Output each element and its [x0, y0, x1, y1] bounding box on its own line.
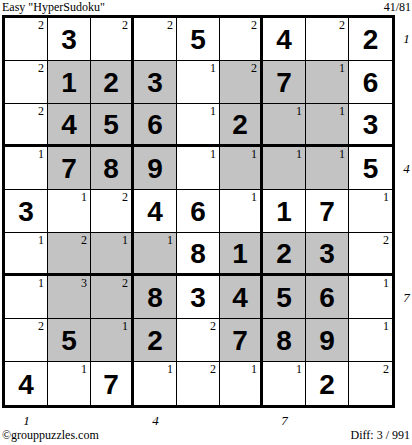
- cell-r5c5[interactable]: 6: [177, 190, 220, 233]
- given-digit: 4: [18, 371, 34, 399]
- pencil-mark: 2: [339, 18, 345, 32]
- given-digit: 6: [363, 69, 379, 97]
- given-digit: 4: [232, 284, 248, 312]
- pencil-mark: 2: [38, 319, 44, 333]
- cell-r2c5[interactable]: 1: [177, 61, 220, 104]
- cell-r8c9[interactable]: 1: [349, 319, 392, 362]
- pencil-mark: 1: [38, 233, 44, 247]
- pencil-mark: 1: [339, 104, 345, 118]
- given-digit: 7: [232, 327, 248, 355]
- hypersudoku-page: Easy "HyperSudoku" 41/81 232252422212312…: [0, 0, 412, 445]
- cell-r6c4[interactable]: 1: [134, 233, 177, 276]
- given-digit: 7: [61, 155, 77, 183]
- cell-r9c9[interactable]: 2: [349, 362, 392, 405]
- cell-r9c4[interactable]: 1: [134, 362, 177, 405]
- pencil-mark: 2: [210, 319, 216, 333]
- cell-r7c6[interactable]: 4: [220, 276, 263, 319]
- given-digit: 2: [363, 26, 379, 54]
- progress-counter: 41/81: [384, 0, 411, 14]
- pencil-mark: 1: [296, 147, 302, 161]
- given-digit: 3: [18, 198, 34, 226]
- cell-r8c3[interactable]: 1: [91, 319, 134, 362]
- pencil-mark: 1: [383, 319, 389, 333]
- cell-r1c6[interactable]: 2: [220, 18, 263, 61]
- cell-r7c7[interactable]: 5: [263, 276, 306, 319]
- given-digit: 3: [319, 240, 335, 268]
- pencil-mark: 2: [38, 104, 44, 118]
- given-digit: 4: [276, 26, 292, 54]
- given-digit: 3: [147, 69, 163, 97]
- given-digit: 6: [319, 284, 335, 312]
- given-digit: 3: [190, 284, 206, 312]
- cell-r6c3[interactable]: 1: [91, 233, 134, 276]
- cell-r9c5[interactable]: 2: [177, 362, 220, 405]
- pencil-mark: 1: [210, 104, 216, 118]
- cell-r2c7[interactable]: 7: [263, 61, 306, 104]
- pencil-mark: 1: [167, 362, 173, 376]
- pencil-mark: 2: [167, 18, 173, 32]
- cell-r9c7[interactable]: 1: [263, 362, 306, 405]
- given-digit: 7: [276, 69, 292, 97]
- cell-r3c4[interactable]: 6: [134, 104, 177, 147]
- cell-r1c4[interactable]: 2: [134, 18, 177, 61]
- pencil-mark: 2: [81, 233, 87, 247]
- cell-r6c2[interactable]: 2: [48, 233, 91, 276]
- cell-r3c8[interactable]: 1: [306, 104, 349, 147]
- col-label-1: 1: [5, 414, 48, 427]
- cell-r9c3[interactable]: 7: [91, 362, 134, 405]
- given-digit: 8: [190, 240, 206, 268]
- pencil-mark: 2: [383, 362, 389, 376]
- cell-r3c7[interactable]: 1: [263, 104, 306, 147]
- row-label-1: 1: [401, 32, 412, 45]
- cell-r3c5[interactable]: 1: [177, 104, 220, 147]
- pencil-mark: 3: [81, 276, 87, 290]
- cell-r6c9[interactable]: 2: [349, 233, 392, 276]
- cell-r4c7[interactable]: 1: [263, 147, 306, 190]
- cell-r9c6[interactable]: 1: [220, 362, 263, 405]
- cell-r7c1[interactable]: 1: [5, 276, 48, 319]
- cell-r4c2[interactable]: 7: [48, 147, 91, 190]
- cell-r7c3[interactable]: 2: [91, 276, 134, 319]
- cell-r5c9[interactable]: 1: [349, 190, 392, 233]
- cell-r1c8[interactable]: 2: [306, 18, 349, 61]
- given-digit: 4: [147, 198, 163, 226]
- cell-r5c6[interactable]: 1: [220, 190, 263, 233]
- given-digit: 2: [276, 240, 292, 268]
- pencil-mark: 1: [339, 147, 345, 161]
- cell-r5c4[interactable]: 4: [134, 190, 177, 233]
- cell-r6c6[interactable]: 1: [220, 233, 263, 276]
- pencil-mark: 1: [38, 147, 44, 161]
- cell-r9c2[interactable]: 1: [48, 362, 91, 405]
- cell-r3c1[interactable]: 2: [5, 104, 48, 147]
- pencil-mark: 1: [251, 190, 257, 204]
- cell-r5c1[interactable]: 3: [5, 190, 48, 233]
- pencil-mark: 2: [122, 276, 128, 290]
- pencil-mark: 2: [251, 18, 257, 32]
- cell-r8c8[interactable]: 9: [306, 319, 349, 362]
- cell-r2c4[interactable]: 3: [134, 61, 177, 104]
- given-digit: 3: [363, 111, 379, 139]
- cell-r6c5[interactable]: 8: [177, 233, 220, 276]
- cell-r7c8[interactable]: 6: [306, 276, 349, 319]
- cell-r2c8[interactable]: 1: [306, 61, 349, 104]
- pencil-mark: 2: [38, 61, 44, 75]
- cell-r9c1[interactable]: 4: [5, 362, 48, 405]
- cell-r3c2[interactable]: 4: [48, 104, 91, 147]
- pencil-mark: 1: [210, 61, 216, 75]
- cell-r3c9[interactable]: 3: [349, 104, 392, 147]
- cell-r8c4[interactable]: 2: [134, 319, 177, 362]
- given-digit: 1: [232, 240, 248, 268]
- cell-r1c9[interactable]: 2: [349, 18, 392, 61]
- cell-r1c7[interactable]: 4: [263, 18, 306, 61]
- cell-r8c7[interactable]: 8: [263, 319, 306, 362]
- pencil-mark: 1: [210, 147, 216, 161]
- cell-r2c9[interactable]: 6: [349, 61, 392, 104]
- pencil-mark: 2: [122, 190, 128, 204]
- sudoku-board: 2322524222123127162456121131789111153124…: [2, 15, 395, 408]
- page-title: Easy "HyperSudoku": [2, 0, 105, 14]
- given-digit: 2: [319, 371, 335, 399]
- pencil-mark: 1: [383, 276, 389, 290]
- cell-r6c8[interactable]: 3: [306, 233, 349, 276]
- cell-r4c8[interactable]: 1: [306, 147, 349, 190]
- cell-r1c5[interactable]: 5: [177, 18, 220, 61]
- given-digit: 8: [276, 327, 292, 355]
- pencil-mark: 1: [251, 362, 257, 376]
- cell-r7c2[interactable]: 3: [48, 276, 91, 319]
- cell-r5c8[interactable]: 7: [306, 190, 349, 233]
- given-digit: 9: [147, 155, 163, 183]
- pencil-mark: 2: [383, 233, 389, 247]
- cell-r1c1[interactable]: 2: [5, 18, 48, 61]
- cell-r4c5[interactable]: 1: [177, 147, 220, 190]
- given-digit: 5: [190, 26, 206, 54]
- cell-r4c1[interactable]: 1: [5, 147, 48, 190]
- difficulty-text: Diff: 3 / 991: [351, 428, 410, 443]
- cell-r9c8[interactable]: 2: [306, 362, 349, 405]
- cell-r7c9[interactable]: 1: [349, 276, 392, 319]
- given-digit: 9: [319, 327, 335, 355]
- pencil-mark: 1: [38, 276, 44, 290]
- given-digit: 8: [147, 284, 163, 312]
- cell-r1c2[interactable]: 3: [48, 18, 91, 61]
- cell-r1c3[interactable]: 2: [91, 18, 134, 61]
- given-digit: 5: [103, 111, 119, 139]
- cell-r8c5[interactable]: 2: [177, 319, 220, 362]
- cell-r6c1[interactable]: 1: [5, 233, 48, 276]
- given-digit: 2: [103, 69, 119, 97]
- given-digit: 5: [276, 284, 292, 312]
- pencil-mark: 1: [122, 233, 128, 247]
- given-digit: 1: [61, 69, 77, 97]
- cell-r7c4[interactable]: 8: [134, 276, 177, 319]
- cell-r7c5[interactable]: 3: [177, 276, 220, 319]
- cell-r8c2[interactable]: 5: [48, 319, 91, 362]
- copyright-text: ©grouppuzzles.com: [2, 428, 99, 443]
- row-label-7: 7: [401, 291, 412, 304]
- cell-r6c7[interactable]: 2: [263, 233, 306, 276]
- pencil-mark: 1: [296, 362, 302, 376]
- pencil-mark: 2: [38, 18, 44, 32]
- cell-r2c2[interactable]: 1: [48, 61, 91, 104]
- cell-r2c3[interactable]: 2: [91, 61, 134, 104]
- cell-r5c2[interactable]: 1: [48, 190, 91, 233]
- pencil-mark: 2: [210, 362, 216, 376]
- given-digit: 7: [103, 371, 119, 399]
- pencil-mark: 1: [251, 147, 257, 161]
- cell-r4c3[interactable]: 8: [91, 147, 134, 190]
- col-label-7: 7: [263, 414, 306, 427]
- cell-r4c9[interactable]: 5: [349, 147, 392, 190]
- col-label-4: 4: [134, 414, 177, 427]
- given-digit: 5: [363, 155, 379, 183]
- given-digit: 3: [61, 26, 77, 54]
- cell-r5c7[interactable]: 1: [263, 190, 306, 233]
- pencil-mark: 1: [339, 61, 345, 75]
- pencil-mark: 1: [81, 362, 87, 376]
- given-digit: 6: [190, 198, 206, 226]
- pencil-mark: 1: [81, 190, 87, 204]
- given-digit: 1: [276, 198, 292, 226]
- cell-r2c6[interactable]: 2: [220, 61, 263, 104]
- pencil-mark: 1: [122, 319, 128, 333]
- cell-r8c6[interactable]: 7: [220, 319, 263, 362]
- given-digit: 2: [147, 327, 163, 355]
- cell-r3c6[interactable]: 2: [220, 104, 263, 147]
- given-digit: 4: [61, 111, 77, 139]
- pencil-mark: 2: [122, 18, 128, 32]
- given-digit: 6: [147, 111, 163, 139]
- pencil-mark: 2: [251, 61, 257, 75]
- cell-r4c6[interactable]: 1: [220, 147, 263, 190]
- cell-r8c1[interactable]: 2: [5, 319, 48, 362]
- given-digit: 5: [61, 327, 77, 355]
- given-digit: 8: [103, 155, 119, 183]
- cell-r3c3[interactable]: 5: [91, 104, 134, 147]
- pencil-mark: 1: [383, 190, 389, 204]
- pencil-mark: 1: [167, 233, 173, 247]
- cell-r4c4[interactable]: 9: [134, 147, 177, 190]
- pencil-mark: 1: [296, 104, 302, 118]
- row-label-4: 4: [401, 162, 412, 175]
- given-digit: 7: [319, 198, 335, 226]
- cell-r2c1[interactable]: 2: [5, 61, 48, 104]
- given-digit: 2: [232, 111, 248, 139]
- cell-r5c3[interactable]: 2: [91, 190, 134, 233]
